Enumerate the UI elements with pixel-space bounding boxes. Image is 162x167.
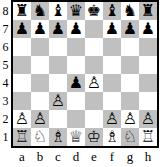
piece-black-bishop: ♝: [103, 2, 121, 20]
square-e5[interactable]: [85, 56, 103, 74]
rank-label-6: 6: [0, 38, 11, 56]
square-c4[interactable]: [49, 74, 67, 92]
square-f4[interactable]: [103, 74, 121, 92]
square-b8[interactable]: ♞: [31, 2, 49, 20]
square-f5[interactable]: [103, 56, 121, 74]
rank-label-7: 7: [0, 20, 11, 38]
square-g6[interactable]: [121, 38, 139, 56]
square-c6[interactable]: [49, 38, 67, 56]
square-d7[interactable]: ♟: [67, 20, 85, 38]
rank-label-8: 8: [0, 2, 11, 20]
square-h4[interactable]: [139, 74, 157, 92]
file-label-g: g: [121, 148, 139, 167]
square-c1[interactable]: ♗: [49, 128, 67, 146]
piece-white-pawn: ♙: [121, 110, 139, 128]
square-b3[interactable]: [31, 92, 49, 110]
square-f2[interactable]: ♙: [103, 110, 121, 128]
chess-diagram: 87654321 ♜♞♝♛♚♝♞♜♟♟♟♟♟♟♟♟♙♙♙♙♙♙♙♖♘♗♕♔♗♘♖…: [0, 0, 162, 167]
square-h5[interactable]: [139, 56, 157, 74]
piece-white-rook: ♖: [139, 128, 157, 146]
chess-board: ♜♞♝♛♚♝♞♜♟♟♟♟♟♟♟♟♙♙♙♙♙♙♙♖♘♗♕♔♗♘♖: [11, 0, 159, 148]
square-c7[interactable]: ♟: [49, 20, 67, 38]
square-d3[interactable]: [67, 92, 85, 110]
square-d8[interactable]: ♛: [67, 2, 85, 20]
square-a4[interactable]: [13, 74, 31, 92]
piece-white-rook: ♖: [13, 128, 31, 146]
square-e3[interactable]: [85, 92, 103, 110]
square-f8[interactable]: ♝: [103, 2, 121, 20]
square-h6[interactable]: [139, 38, 157, 56]
piece-white-pawn: ♙: [103, 110, 121, 128]
rank-label-5: 5: [0, 56, 11, 74]
square-a6[interactable]: [13, 38, 31, 56]
square-e6[interactable]: [85, 38, 103, 56]
square-f6[interactable]: [103, 38, 121, 56]
square-g2[interactable]: ♙: [121, 110, 139, 128]
square-g3[interactable]: [121, 92, 139, 110]
file-label-e: e: [85, 148, 103, 167]
piece-white-knight: ♘: [31, 128, 49, 146]
square-g1[interactable]: ♘: [121, 128, 139, 146]
square-h1[interactable]: ♖: [139, 128, 157, 146]
piece-white-queen: ♕: [67, 128, 85, 146]
file-label-d: d: [67, 148, 85, 167]
piece-white-pawn: ♙: [13, 110, 31, 128]
square-a8[interactable]: ♜: [13, 2, 31, 20]
piece-white-knight: ♘: [121, 128, 139, 146]
piece-black-pawn: ♟: [139, 20, 157, 38]
square-g5[interactable]: [121, 56, 139, 74]
square-h8[interactable]: ♜: [139, 2, 157, 20]
square-d1[interactable]: ♕: [67, 128, 85, 146]
rank-label-1: 1: [0, 128, 11, 146]
square-d4[interactable]: ♟: [67, 74, 85, 92]
square-c8[interactable]: ♝: [49, 2, 67, 20]
square-a2[interactable]: ♙: [13, 110, 31, 128]
file-label-b: b: [31, 148, 49, 167]
piece-white-king: ♔: [85, 128, 103, 146]
square-a7[interactable]: ♟: [13, 20, 31, 38]
square-g7[interactable]: ♟: [121, 20, 139, 38]
square-h7[interactable]: ♟: [139, 20, 157, 38]
square-b7[interactable]: ♟: [31, 20, 49, 38]
square-c3[interactable]: ♙: [49, 92, 67, 110]
piece-black-pawn: ♟: [13, 20, 31, 38]
piece-black-king: ♚: [85, 2, 103, 20]
square-h2[interactable]: ♙: [139, 110, 157, 128]
square-c5[interactable]: [49, 56, 67, 74]
rank-label-3: 3: [0, 92, 11, 110]
piece-white-pawn: ♙: [31, 110, 49, 128]
file-label-h: h: [139, 148, 157, 167]
rank-labels: 87654321: [0, 2, 11, 146]
piece-black-bishop: ♝: [49, 2, 67, 20]
piece-black-pawn: ♟: [49, 20, 67, 38]
file-label-c: c: [49, 148, 67, 167]
piece-black-knight: ♞: [31, 2, 49, 20]
square-b6[interactable]: [31, 38, 49, 56]
square-f1[interactable]: ♗: [103, 128, 121, 146]
piece-black-pawn: ♟: [67, 20, 85, 38]
square-b4[interactable]: [31, 74, 49, 92]
piece-white-bishop: ♗: [103, 128, 121, 146]
square-g4[interactable]: [121, 74, 139, 92]
square-d6[interactable]: [67, 38, 85, 56]
square-c2[interactable]: [49, 110, 67, 128]
piece-white-bishop: ♗: [49, 128, 67, 146]
piece-black-pawn: ♟: [121, 20, 139, 38]
piece-white-pawn: ♙: [139, 110, 157, 128]
square-e7[interactable]: [85, 20, 103, 38]
piece-white-pawn: ♙: [85, 74, 103, 92]
square-f3[interactable]: [103, 92, 121, 110]
square-b1[interactable]: ♘: [31, 128, 49, 146]
rank-label-2: 2: [0, 110, 11, 128]
piece-black-rook: ♜: [139, 2, 157, 20]
rank-label-4: 4: [0, 74, 11, 92]
square-a3[interactable]: [13, 92, 31, 110]
piece-black-rook: ♜: [13, 2, 31, 20]
square-d2[interactable]: [67, 110, 85, 128]
piece-black-pawn: ♟: [31, 20, 49, 38]
file-labels: abcdefgh: [13, 148, 157, 167]
square-a1[interactable]: ♖: [13, 128, 31, 146]
file-label-f: f: [103, 148, 121, 167]
piece-black-knight: ♞: [121, 2, 139, 20]
piece-white-pawn: ♙: [49, 92, 67, 110]
square-e8[interactable]: ♚: [85, 2, 103, 20]
file-label-a: a: [13, 148, 31, 167]
square-g8[interactable]: ♞: [121, 2, 139, 20]
square-e2[interactable]: [85, 110, 103, 128]
square-b2[interactable]: ♙: [31, 110, 49, 128]
square-d5[interactable]: [67, 56, 85, 74]
piece-black-pawn: ♟: [67, 74, 85, 92]
square-e1[interactable]: ♔: [85, 128, 103, 146]
square-a5[interactable]: [13, 56, 31, 74]
square-e4[interactable]: ♙: [85, 74, 103, 92]
square-h3[interactable]: [139, 92, 157, 110]
square-b5[interactable]: [31, 56, 49, 74]
piece-black-queen: ♛: [67, 2, 85, 20]
piece-black-pawn: ♟: [103, 20, 121, 38]
square-f7[interactable]: ♟: [103, 20, 121, 38]
